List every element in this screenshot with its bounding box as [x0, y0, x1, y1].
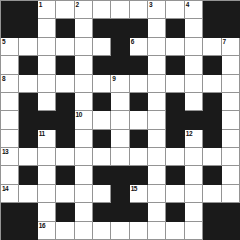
cell-r3c10[interactable]	[185, 56, 203, 74]
cell-r8c12[interactable]	[222, 148, 240, 166]
block-cell-r3c5	[93, 56, 111, 74]
cell-r10c12[interactable]	[222, 185, 240, 203]
cell-r8c7[interactable]	[130, 148, 148, 166]
block-cell-r9c6	[111, 166, 129, 184]
cell-r10c11[interactable]	[203, 185, 221, 203]
block-cell-r7c1	[19, 130, 37, 148]
cell-r2c11[interactable]	[203, 38, 221, 56]
block-cell-r3c3	[56, 56, 74, 74]
cell-r8c3[interactable]	[56, 148, 74, 166]
cell-r8c0[interactable]: 13	[1, 148, 19, 166]
cell-r8c11[interactable]	[203, 148, 221, 166]
cell-r4c2[interactable]	[38, 75, 56, 93]
block-cell-r11c3	[56, 203, 74, 221]
cell-r9c8[interactable]	[148, 166, 166, 184]
cell-r11c4[interactable]	[75, 203, 93, 221]
cell-r2c5[interactable]	[93, 38, 111, 56]
cell-r4c4[interactable]	[75, 75, 93, 93]
cell-r8c9[interactable]	[166, 148, 184, 166]
cell-r4c9[interactable]	[166, 75, 184, 93]
cell-r5c10[interactable]	[185, 93, 203, 111]
clue-number-5: 5	[2, 38, 5, 45]
block-cell-r12c11	[203, 222, 221, 240]
cell-r10c8[interactable]	[148, 185, 166, 203]
cell-r10c3[interactable]	[56, 185, 74, 203]
cell-r11c10[interactable]	[185, 203, 203, 221]
block-cell-r3c9	[166, 56, 184, 74]
cell-r0c3[interactable]	[56, 1, 74, 19]
cell-r4c0[interactable]: 8	[1, 75, 19, 93]
cell-r2c10[interactable]	[185, 38, 203, 56]
cell-r5c12[interactable]	[222, 93, 240, 111]
block-cell-r11c6	[111, 203, 129, 221]
cell-r7c8[interactable]	[148, 130, 166, 148]
cell-r5c0[interactable]	[1, 93, 19, 111]
cell-r2c3[interactable]	[56, 38, 74, 56]
cell-r0c9[interactable]	[166, 1, 184, 19]
block-cell-r11c9	[166, 203, 184, 221]
cell-r8c10[interactable]	[185, 148, 203, 166]
clue-number-10: 10	[76, 111, 82, 118]
cell-r0c5[interactable]	[93, 1, 111, 19]
clue-number-14: 14	[2, 185, 8, 192]
cell-r12c7[interactable]	[130, 222, 148, 240]
cell-r5c8[interactable]	[148, 93, 166, 111]
cell-r6c0[interactable]	[1, 111, 19, 129]
block-cell-r6c10	[185, 111, 203, 129]
cell-r4c12[interactable]	[222, 75, 240, 93]
cell-r2c0[interactable]: 5	[1, 38, 19, 56]
clue-number-3: 3	[149, 1, 152, 8]
cell-r2c1[interactable]	[19, 38, 37, 56]
block-cell-r6c11	[203, 111, 221, 129]
block-cell-r6c3	[56, 111, 74, 129]
cell-r12c10[interactable]	[185, 222, 203, 240]
cell-r10c0[interactable]: 14	[1, 185, 19, 203]
cell-r6c7[interactable]	[130, 111, 148, 129]
block-cell-r11c5	[93, 203, 111, 221]
block-cell-r7c9	[166, 130, 184, 148]
cell-r0c8[interactable]: 3	[148, 1, 166, 19]
cell-r7c6[interactable]	[111, 130, 129, 148]
cell-r0c2[interactable]: 1	[38, 1, 56, 19]
block-cell-r1c6	[111, 19, 129, 37]
cell-r2c4[interactable]	[75, 38, 93, 56]
block-cell-r2c6	[111, 38, 129, 56]
block-cell-r5c1	[19, 93, 37, 111]
cell-r8c4[interactable]	[75, 148, 93, 166]
clue-number-8: 8	[2, 75, 5, 82]
block-cell-r6c1	[19, 111, 37, 129]
block-cell-r11c7	[130, 203, 148, 221]
cell-r3c8[interactable]	[148, 56, 166, 74]
cell-r10c2[interactable]	[38, 185, 56, 203]
clue-number-1: 1	[39, 1, 42, 8]
cell-r8c2[interactable]	[38, 148, 56, 166]
cell-r0c6[interactable]	[111, 1, 129, 19]
block-cell-r3c11	[203, 56, 221, 74]
cell-r4c7[interactable]	[130, 75, 148, 93]
block-cell-r3c1	[19, 56, 37, 74]
block-cell-r11c12	[222, 203, 240, 221]
block-cell-r7c11	[203, 130, 221, 148]
cell-r3c12[interactable]	[222, 56, 240, 74]
block-cell-r9c7	[130, 166, 148, 184]
cell-r8c6[interactable]	[111, 148, 129, 166]
cell-r12c5[interactable]	[93, 222, 111, 240]
clue-number-7: 7	[223, 38, 226, 45]
cell-r5c2[interactable]	[38, 93, 56, 111]
cell-r12c2[interactable]: 16	[38, 222, 56, 240]
cell-r7c12[interactable]	[222, 130, 240, 148]
cell-r10c7[interactable]: 15	[130, 185, 148, 203]
block-cell-r6c2	[38, 111, 56, 129]
cell-r4c10[interactable]	[185, 75, 203, 93]
cell-r3c4[interactable]	[75, 56, 93, 74]
cell-r9c2[interactable]	[38, 166, 56, 184]
cell-r10c9[interactable]	[166, 185, 184, 203]
cell-r6c8[interactable]	[148, 111, 166, 129]
clue-number-13: 13	[2, 148, 8, 155]
cell-r1c4[interactable]	[75, 19, 93, 37]
block-cell-r1c0	[1, 19, 19, 37]
cell-r8c5[interactable]	[93, 148, 111, 166]
cell-r6c4[interactable]: 10	[75, 111, 93, 129]
clue-number-12: 12	[186, 130, 192, 137]
block-cell-r0c0	[1, 1, 19, 19]
block-cell-r12c12	[222, 222, 240, 240]
clue-number-2: 2	[76, 1, 79, 8]
block-cell-r0c11	[203, 1, 221, 19]
clue-number-4: 4	[186, 1, 189, 8]
cell-r12c6[interactable]	[111, 222, 129, 240]
cell-r6c12[interactable]	[222, 111, 240, 129]
block-cell-r9c9	[166, 166, 184, 184]
cell-r2c9[interactable]	[166, 38, 184, 56]
block-cell-r1c12	[222, 19, 240, 37]
cell-r7c4[interactable]	[75, 130, 93, 148]
cell-r1c2[interactable]	[38, 19, 56, 37]
block-cell-r3c6	[111, 56, 129, 74]
cell-r5c4[interactable]	[75, 93, 93, 111]
cell-r0c7[interactable]	[130, 1, 148, 19]
cell-r7c2[interactable]: 11	[38, 130, 56, 148]
block-cell-r9c1	[19, 166, 37, 184]
block-cell-r1c5	[93, 19, 111, 37]
block-cell-r9c3	[56, 166, 74, 184]
cell-r11c2[interactable]	[38, 203, 56, 221]
cell-r4c11[interactable]	[203, 75, 221, 93]
clue-number-16: 16	[39, 222, 45, 229]
block-cell-r7c7	[130, 130, 148, 148]
block-cell-r1c9	[166, 19, 184, 37]
cell-r2c2[interactable]	[38, 38, 56, 56]
cell-r7c10[interactable]: 12	[185, 130, 203, 148]
block-cell-r1c1	[19, 19, 37, 37]
block-cell-r9c5	[93, 166, 111, 184]
clue-number-6: 6	[131, 38, 134, 45]
cell-r1c8[interactable]	[148, 19, 166, 37]
block-cell-r1c7	[130, 19, 148, 37]
block-cell-r1c11	[203, 19, 221, 37]
block-cell-r5c7	[130, 93, 148, 111]
block-cell-r10c6	[111, 185, 129, 203]
cell-r12c3[interactable]	[56, 222, 74, 240]
cell-r8c1[interactable]	[19, 148, 37, 166]
cell-r4c1[interactable]	[19, 75, 37, 93]
cell-r9c12[interactable]	[222, 166, 240, 184]
cell-r10c4[interactable]	[75, 185, 93, 203]
cell-r10c10[interactable]	[185, 185, 203, 203]
block-cell-r11c11	[203, 203, 221, 221]
cell-r3c2[interactable]	[38, 56, 56, 74]
cell-r4c5[interactable]	[93, 75, 111, 93]
block-cell-r7c5	[93, 130, 111, 148]
cell-r1c10[interactable]	[185, 19, 203, 37]
block-cell-r6c9	[166, 111, 184, 129]
block-cell-r5c11	[203, 93, 221, 111]
cell-r6c6[interactable]	[111, 111, 129, 129]
cell-r2c7[interactable]: 6	[130, 38, 148, 56]
crossword-grid: 12345678910111213141516	[0, 0, 240, 240]
cell-r4c8[interactable]	[148, 75, 166, 93]
cell-r6c5[interactable]	[93, 111, 111, 129]
block-cell-r12c1	[19, 222, 37, 240]
block-cell-r0c12	[222, 1, 240, 19]
block-cell-r5c9	[166, 93, 184, 111]
cell-r2c8[interactable]	[148, 38, 166, 56]
block-cell-r12c0	[1, 222, 19, 240]
block-cell-r0c1	[19, 1, 37, 19]
cell-r4c3[interactable]	[56, 75, 74, 93]
block-cell-r9c11	[203, 166, 221, 184]
block-cell-r11c1	[19, 203, 37, 221]
cell-r7c0[interactable]	[1, 130, 19, 148]
cell-r4c6[interactable]: 9	[111, 75, 129, 93]
cell-r0c4[interactable]: 2	[75, 1, 93, 19]
cell-r10c5[interactable]	[93, 185, 111, 203]
cell-r9c0[interactable]	[1, 166, 19, 184]
cell-r9c10[interactable]	[185, 166, 203, 184]
clue-number-9: 9	[112, 75, 115, 82]
cell-r2c12[interactable]: 7	[222, 38, 240, 56]
cell-r9c4[interactable]	[75, 166, 93, 184]
block-cell-r5c5	[93, 93, 111, 111]
cell-r3c0[interactable]	[1, 56, 19, 74]
cell-r0c10[interactable]: 4	[185, 1, 203, 19]
cell-r8c8[interactable]	[148, 148, 166, 166]
block-cell-r11c0	[1, 203, 19, 221]
block-cell-r5c3	[56, 93, 74, 111]
cell-r5c6[interactable]	[111, 93, 129, 111]
cell-r12c8[interactable]	[148, 222, 166, 240]
clue-number-15: 15	[131, 185, 137, 192]
clue-number-11: 11	[39, 130, 45, 137]
cell-r12c4[interactable]	[75, 222, 93, 240]
block-cell-r1c3	[56, 19, 74, 37]
cell-r11c8[interactable]	[148, 203, 166, 221]
cell-r12c9[interactable]	[166, 222, 184, 240]
block-cell-r3c7	[130, 56, 148, 74]
cell-r10c1[interactable]	[19, 185, 37, 203]
block-cell-r7c3	[56, 130, 74, 148]
